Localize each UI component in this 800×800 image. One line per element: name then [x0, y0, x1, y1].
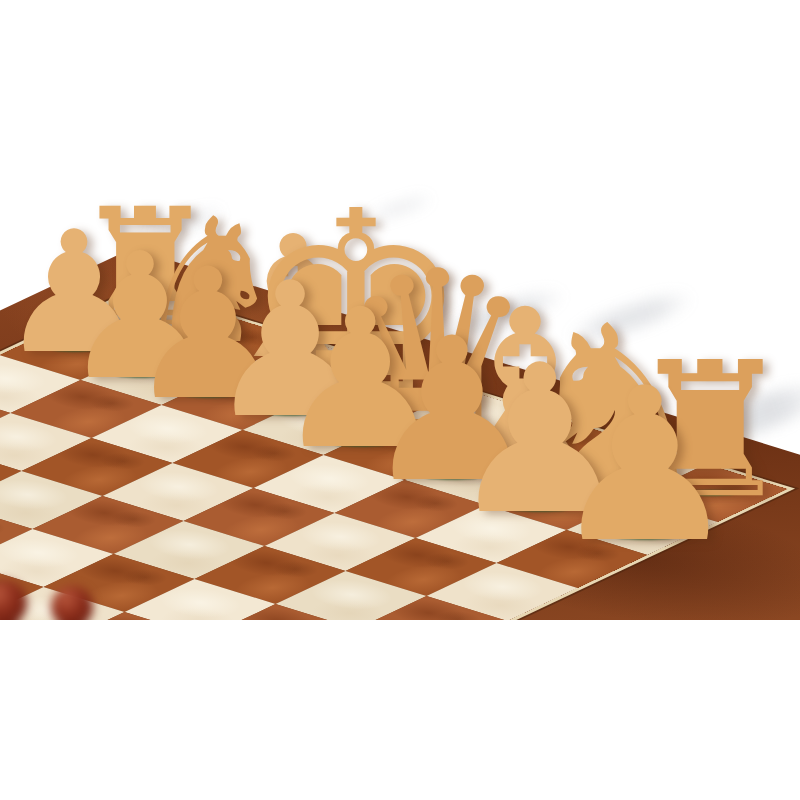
- blurred-red-pawn: [51, 586, 93, 620]
- chess-set-photo: ♜♞♝♚♛♝♞♜♟♟♟♟♟♟♟♟: [0, 0, 800, 620]
- white-pawn-a2: ♟: [550, 360, 740, 572]
- blurred-red-pawn-head: [51, 586, 93, 620]
- white-crop-band: [0, 620, 800, 800]
- piece-layer: ♜♞♝♚♛♝♞♜♟♟♟♟♟♟♟♟: [0, 0, 800, 620]
- blurred-red-piece: [0, 580, 27, 620]
- blurred-red-piece-head: [0, 580, 27, 620]
